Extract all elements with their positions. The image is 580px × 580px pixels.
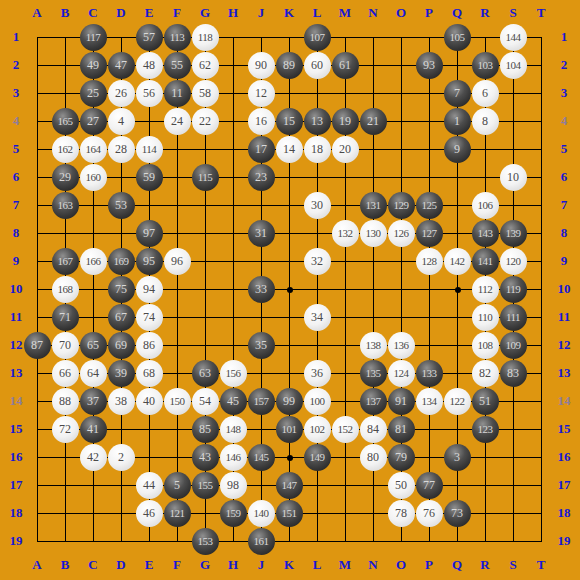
- coord-label-left-17: 17: [2, 478, 30, 492]
- coord-label-bottom-B: B: [55, 558, 75, 572]
- coord-label-left-6: 6: [2, 170, 30, 184]
- stone-move-number: 76: [423, 506, 435, 521]
- coord-label-left-11: 11: [2, 310, 30, 324]
- stone-move-number: 125: [422, 199, 437, 211]
- stone-move-number: 22: [199, 114, 211, 129]
- stone-move-number: 54: [199, 394, 211, 409]
- stone-black-103: 103: [472, 52, 499, 79]
- stone-move-number: 141: [478, 255, 493, 267]
- stone-move-number: 75: [115, 282, 127, 297]
- stone-white-78: 78: [388, 500, 415, 527]
- stone-move-number: 100: [310, 395, 325, 407]
- stone-white-88: 88: [52, 388, 79, 415]
- stone-move-number: 28: [115, 142, 127, 157]
- stone-move-number: 25: [87, 86, 99, 101]
- stone-move-number: 32: [311, 254, 323, 269]
- coord-label-top-C: C: [83, 6, 103, 20]
- coord-label-top-D: D: [111, 6, 131, 20]
- coord-label-top-Q: Q: [447, 6, 467, 20]
- stone-move-number: 59: [143, 170, 155, 185]
- stone-move-number: 24: [171, 114, 183, 129]
- stone-move-number: 140: [254, 507, 269, 519]
- stone-move-number: 20: [339, 142, 351, 157]
- stone-white-146: 146: [220, 444, 247, 471]
- coord-label-right-8: 8: [550, 226, 578, 240]
- stone-move-number: 103: [478, 59, 493, 71]
- stone-white-152: 152: [332, 416, 359, 443]
- stone-black-91: 91: [388, 388, 415, 415]
- coord-label-top-E: E: [139, 6, 159, 20]
- stone-white-66: 66: [52, 360, 79, 387]
- coord-label-right-17: 17: [550, 478, 578, 492]
- stone-black-5: 5: [164, 472, 191, 499]
- stone-white-74: 74: [136, 304, 163, 331]
- stone-black-97: 97: [136, 220, 163, 247]
- stone-black-151: 151: [276, 500, 303, 527]
- stone-move-number: 6: [482, 86, 488, 101]
- stone-move-number: 145: [254, 451, 269, 463]
- stone-move-number: 56: [143, 86, 155, 101]
- stone-move-number: 107: [310, 31, 325, 43]
- stone-white-42: 42: [80, 444, 107, 471]
- stone-black-79: 79: [388, 444, 415, 471]
- stone-move-number: 157: [254, 395, 269, 407]
- stone-white-64: 64: [80, 360, 107, 387]
- stone-white-128: 128: [416, 248, 443, 275]
- stone-move-number: 68: [143, 366, 155, 381]
- stone-white-168: 168: [52, 276, 79, 303]
- stone-move-number: 50: [395, 478, 407, 493]
- stone-white-56: 56: [136, 80, 163, 107]
- stone-move-number: 113: [170, 31, 185, 43]
- stone-black-165: 165: [52, 108, 79, 135]
- coord-label-bottom-H: H: [223, 558, 243, 572]
- stone-move-number: 27: [87, 114, 99, 129]
- stone-white-54: 54: [192, 388, 219, 415]
- stone-move-number: 62: [199, 58, 211, 73]
- stone-black-43: 43: [192, 444, 219, 471]
- stone-move-number: 169: [114, 255, 129, 267]
- stone-move-number: 95: [143, 254, 155, 269]
- stone-black-15: 15: [276, 108, 303, 135]
- stone-black-143: 143: [472, 220, 499, 247]
- stone-white-68: 68: [136, 360, 163, 387]
- stone-black-13: 13: [304, 108, 331, 135]
- coord-label-top-N: N: [363, 6, 383, 20]
- stone-black-7: 7: [444, 80, 471, 107]
- stone-black-131: 131: [360, 192, 387, 219]
- stone-white-46: 46: [136, 500, 163, 527]
- stone-move-number: 73: [451, 506, 463, 521]
- stone-black-83: 83: [500, 360, 527, 387]
- stone-move-number: 42: [87, 450, 99, 465]
- stone-white-142: 142: [444, 248, 471, 275]
- stone-move-number: 142: [450, 255, 465, 267]
- coord-label-left-4: 4: [2, 114, 30, 128]
- coord-label-bottom-D: D: [111, 558, 131, 572]
- stone-move-number: 77: [423, 478, 435, 493]
- stone-white-72: 72: [52, 416, 79, 443]
- stone-black-163: 163: [52, 192, 79, 219]
- stone-move-number: 163: [58, 199, 73, 211]
- coord-label-bottom-S: S: [503, 558, 523, 572]
- coord-label-left-19: 19: [2, 534, 30, 548]
- stone-black-27: 27: [80, 108, 107, 135]
- stone-move-number: 121: [170, 507, 185, 519]
- stone-black-149: 149: [304, 444, 331, 471]
- stone-white-22: 22: [192, 108, 219, 135]
- stone-move-number: 129: [394, 199, 409, 211]
- stone-move-number: 122: [450, 395, 465, 407]
- stone-move-number: 41: [87, 422, 99, 437]
- stone-black-85: 85: [192, 416, 219, 443]
- stone-move-number: 18: [311, 142, 323, 157]
- stone-white-4: 4: [108, 108, 135, 135]
- stone-white-40: 40: [136, 388, 163, 415]
- stone-move-number: 3: [454, 450, 460, 465]
- stone-white-124: 124: [388, 360, 415, 387]
- stone-white-38: 38: [108, 388, 135, 415]
- stone-white-98: 98: [220, 472, 247, 499]
- stone-black-59: 59: [136, 164, 163, 191]
- coord-label-left-5: 5: [2, 142, 30, 156]
- stone-move-number: 93: [423, 58, 435, 73]
- stone-white-76: 76: [416, 500, 443, 527]
- stone-white-86: 86: [136, 332, 163, 359]
- stone-move-number: 69: [115, 338, 127, 353]
- stone-move-number: 7: [454, 86, 460, 101]
- stone-white-134: 134: [416, 388, 443, 415]
- stone-white-114: 114: [136, 136, 163, 163]
- stone-black-51: 51: [472, 388, 499, 415]
- stone-black-21: 21: [360, 108, 387, 135]
- stone-move-number: 19: [339, 114, 351, 129]
- stone-black-137: 137: [360, 388, 387, 415]
- stone-white-60: 60: [304, 52, 331, 79]
- coord-label-right-11: 11: [550, 310, 578, 324]
- stone-move-number: 72: [59, 422, 71, 437]
- stone-move-number: 26: [115, 86, 127, 101]
- stone-black-109: 109: [500, 332, 527, 359]
- stone-black-81: 81: [388, 416, 415, 443]
- stone-move-number: 35: [255, 338, 267, 353]
- coord-label-top-P: P: [419, 6, 439, 20]
- stone-move-number: 126: [394, 227, 409, 239]
- coord-label-top-L: L: [307, 6, 327, 20]
- stone-black-93: 93: [416, 52, 443, 79]
- stone-move-number: 66: [59, 366, 71, 381]
- stone-white-130: 130: [360, 220, 387, 247]
- stone-move-number: 88: [59, 394, 71, 409]
- coord-label-left-3: 3: [2, 86, 30, 100]
- stone-move-number: 102: [310, 423, 325, 435]
- coord-label-left-7: 7: [2, 198, 30, 212]
- stone-move-number: 70: [59, 338, 71, 353]
- stone-black-55: 55: [164, 52, 191, 79]
- stone-white-104: 104: [500, 52, 527, 79]
- stone-black-167: 167: [52, 248, 79, 275]
- coord-label-left-13: 13: [2, 366, 30, 380]
- stone-move-number: 15: [283, 114, 295, 129]
- stone-black-25: 25: [80, 80, 107, 107]
- stone-move-number: 83: [507, 366, 519, 381]
- coord-label-left-1: 1: [2, 30, 30, 44]
- stone-move-number: 85: [199, 422, 211, 437]
- stone-black-125: 125: [416, 192, 443, 219]
- stone-black-77: 77: [416, 472, 443, 499]
- stone-black-157: 157: [248, 388, 275, 415]
- stone-move-number: 10: [507, 170, 519, 185]
- coord-label-right-13: 13: [550, 366, 578, 380]
- coord-label-bottom-N: N: [363, 558, 383, 572]
- stone-black-65: 65: [80, 332, 107, 359]
- stone-white-58: 58: [192, 80, 219, 107]
- stone-black-75: 75: [108, 276, 135, 303]
- stone-move-number: 55: [171, 58, 183, 73]
- coord-label-left-9: 9: [2, 254, 30, 268]
- stone-move-number: 131: [366, 199, 381, 211]
- stone-black-33: 33: [248, 276, 275, 303]
- stone-black-117: 117: [80, 24, 107, 51]
- coord-label-right-14: 14: [550, 394, 578, 408]
- stone-black-99: 99: [276, 388, 303, 415]
- stone-move-number: 138: [366, 339, 381, 351]
- stone-black-35: 35: [248, 332, 275, 359]
- stone-move-number: 108: [478, 339, 493, 351]
- stone-move-number: 48: [143, 58, 155, 73]
- coord-label-right-1: 1: [550, 30, 578, 44]
- stone-move-number: 67: [115, 310, 127, 325]
- coord-label-right-16: 16: [550, 450, 578, 464]
- stone-black-155: 155: [192, 472, 219, 499]
- stone-move-number: 109: [506, 339, 521, 351]
- stone-move-number: 162: [58, 143, 73, 155]
- stone-move-number: 12: [255, 86, 267, 101]
- stone-white-50: 50: [388, 472, 415, 499]
- coord-label-bottom-O: O: [391, 558, 411, 572]
- coord-label-top-G: G: [195, 6, 215, 20]
- stone-move-number: 149: [310, 451, 325, 463]
- stone-move-number: 37: [87, 394, 99, 409]
- stone-move-number: 63: [199, 366, 211, 381]
- stone-move-number: 80: [367, 450, 379, 465]
- stone-black-11: 11: [164, 80, 191, 107]
- stone-black-123: 123: [472, 416, 499, 443]
- stone-white-140: 140: [248, 500, 275, 527]
- stone-white-144: 144: [500, 24, 527, 51]
- stone-move-number: 81: [395, 422, 407, 437]
- stone-move-number: 111: [506, 311, 520, 323]
- coord-label-left-8: 8: [2, 226, 30, 240]
- stone-white-112: 112: [472, 276, 499, 303]
- stone-move-number: 30: [311, 198, 323, 213]
- coord-label-bottom-R: R: [475, 558, 495, 572]
- stone-white-102: 102: [304, 416, 331, 443]
- stone-move-number: 51: [479, 394, 491, 409]
- stone-black-89: 89: [276, 52, 303, 79]
- coord-label-bottom-L: L: [307, 558, 327, 572]
- stone-white-160: 160: [80, 164, 107, 191]
- stone-white-16: 16: [248, 108, 275, 135]
- stone-black-1: 1: [444, 108, 471, 135]
- stone-white-96: 96: [164, 248, 191, 275]
- stone-move-number: 119: [506, 283, 521, 295]
- stone-move-number: 137: [366, 395, 381, 407]
- stone-white-26: 26: [108, 80, 135, 107]
- stone-move-number: 133: [422, 367, 437, 379]
- go-board: AABBCCDDEEFFGGHHJJKKLLMMNNOOPPQQRRSSTT11…: [0, 0, 580, 580]
- stone-white-100: 100: [304, 388, 331, 415]
- stone-white-10: 10: [500, 164, 527, 191]
- star-point: [455, 287, 461, 293]
- coord-label-top-M: M: [335, 6, 355, 20]
- coord-label-right-5: 5: [550, 142, 578, 156]
- stone-white-108: 108: [472, 332, 499, 359]
- stone-black-45: 45: [220, 388, 247, 415]
- stone-white-48: 48: [136, 52, 163, 79]
- stone-move-number: 89: [283, 58, 295, 73]
- coord-label-right-10: 10: [550, 282, 578, 296]
- stone-move-number: 155: [198, 479, 213, 491]
- stone-white-12: 12: [248, 80, 275, 107]
- stone-move-number: 91: [395, 394, 407, 409]
- stone-black-95: 95: [136, 248, 163, 275]
- coord-label-bottom-G: G: [195, 558, 215, 572]
- coord-label-top-R: R: [475, 6, 495, 20]
- stone-white-24: 24: [164, 108, 191, 135]
- stone-black-69: 69: [108, 332, 135, 359]
- coord-label-bottom-K: K: [279, 558, 299, 572]
- stone-black-141: 141: [472, 248, 499, 275]
- stone-black-133: 133: [416, 360, 443, 387]
- stone-move-number: 148: [226, 423, 241, 435]
- stone-move-number: 11: [171, 86, 183, 101]
- stone-move-number: 105: [450, 31, 465, 43]
- stone-black-111: 111: [500, 304, 527, 331]
- coord-label-top-S: S: [503, 6, 523, 20]
- coord-label-right-3: 3: [550, 86, 578, 100]
- stone-white-122: 122: [444, 388, 471, 415]
- stone-black-101: 101: [276, 416, 303, 443]
- stone-black-147: 147: [276, 472, 303, 499]
- stone-white-118: 118: [192, 24, 219, 51]
- coord-label-left-10: 10: [2, 282, 30, 296]
- stone-move-number: 43: [199, 450, 211, 465]
- stone-move-number: 97: [143, 226, 155, 241]
- stone-black-73: 73: [444, 500, 471, 527]
- stone-move-number: 94: [143, 282, 155, 297]
- stone-move-number: 98: [227, 478, 239, 493]
- stone-move-number: 96: [171, 254, 183, 269]
- stone-move-number: 110: [478, 311, 493, 323]
- stone-white-138: 138: [360, 332, 387, 359]
- stone-move-number: 164: [86, 143, 101, 155]
- stone-black-113: 113: [164, 24, 191, 51]
- stone-white-82: 82: [472, 360, 499, 387]
- coord-label-top-F: F: [167, 6, 187, 20]
- stone-black-39: 39: [108, 360, 135, 387]
- stone-move-number: 153: [198, 535, 213, 547]
- stone-white-120: 120: [500, 248, 527, 275]
- coord-label-top-A: A: [27, 6, 47, 20]
- stone-black-41: 41: [80, 416, 107, 443]
- stone-move-number: 150: [170, 395, 185, 407]
- star-point: [287, 455, 293, 461]
- coord-label-bottom-J: J: [251, 558, 271, 572]
- stone-black-61: 61: [332, 52, 359, 79]
- coord-label-bottom-P: P: [419, 558, 439, 572]
- stone-black-47: 47: [108, 52, 135, 79]
- stone-white-166: 166: [80, 248, 107, 275]
- stone-black-145: 145: [248, 444, 275, 471]
- stone-black-9: 9: [444, 136, 471, 163]
- stone-move-number: 136: [394, 339, 409, 351]
- stone-white-156: 156: [220, 360, 247, 387]
- stone-black-129: 129: [388, 192, 415, 219]
- stone-move-number: 14: [283, 142, 295, 157]
- stone-black-159: 159: [220, 500, 247, 527]
- stone-white-62: 62: [192, 52, 219, 79]
- coord-label-bottom-T: T: [531, 558, 551, 572]
- stone-move-number: 71: [59, 310, 71, 325]
- stone-move-number: 152: [338, 423, 353, 435]
- stone-move-number: 147: [282, 479, 297, 491]
- stone-move-number: 115: [198, 171, 213, 183]
- coord-label-right-2: 2: [550, 58, 578, 72]
- coord-label-bottom-F: F: [167, 558, 187, 572]
- stone-move-number: 65: [87, 338, 99, 353]
- stone-move-number: 64: [87, 366, 99, 381]
- stone-move-number: 21: [367, 114, 379, 129]
- stone-black-67: 67: [108, 304, 135, 331]
- stone-black-127: 127: [416, 220, 443, 247]
- stone-black-53: 53: [108, 192, 135, 219]
- stone-move-number: 33: [255, 282, 267, 297]
- stone-black-23: 23: [248, 164, 275, 191]
- stone-white-20: 20: [332, 136, 359, 163]
- stone-move-number: 23: [255, 170, 267, 185]
- stone-move-number: 61: [339, 58, 351, 73]
- stone-move-number: 124: [394, 367, 409, 379]
- stone-move-number: 5: [174, 478, 180, 493]
- coord-label-left-18: 18: [2, 506, 30, 520]
- stone-white-70: 70: [52, 332, 79, 359]
- stone-move-number: 104: [506, 59, 521, 71]
- stone-black-57: 57: [136, 24, 163, 51]
- stone-white-94: 94: [136, 276, 163, 303]
- stone-black-87: 87: [24, 332, 51, 359]
- coord-label-bottom-A: A: [27, 558, 47, 572]
- stone-white-110: 110: [472, 304, 499, 331]
- coord-label-left-16: 16: [2, 450, 30, 464]
- stone-white-84: 84: [360, 416, 387, 443]
- stone-move-number: 74: [143, 310, 155, 325]
- star-point: [287, 287, 293, 293]
- stone-move-number: 151: [282, 507, 297, 519]
- stone-move-number: 168: [58, 283, 73, 295]
- coord-label-top-H: H: [223, 6, 243, 20]
- stone-move-number: 139: [506, 227, 521, 239]
- stone-black-37: 37: [80, 388, 107, 415]
- stone-move-number: 120: [506, 255, 521, 267]
- stone-black-115: 115: [192, 164, 219, 191]
- stone-move-number: 123: [478, 423, 493, 435]
- stone-white-164: 164: [80, 136, 107, 163]
- stone-move-number: 79: [395, 450, 407, 465]
- stone-black-71: 71: [52, 304, 79, 331]
- stone-move-number: 112: [478, 283, 493, 295]
- coord-label-top-B: B: [55, 6, 75, 20]
